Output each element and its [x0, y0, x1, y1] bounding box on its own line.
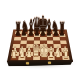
- square-d1[interactable]: [33, 56, 40, 60]
- clasp-right-icon: [48, 61, 51, 63]
- board-squares: [10, 31, 69, 61]
- chess-board: [7, 30, 73, 62]
- clasp-left-icon: [26, 61, 29, 63]
- board-frame: [7, 30, 73, 62]
- chess-set-photo: ♜♞♝♛♚♝♞♜♟♟♟♟♟♟♟♟♟♟♟♟♟♟♟♟♜♞♝♛♚♝♞♜: [0, 0, 80, 80]
